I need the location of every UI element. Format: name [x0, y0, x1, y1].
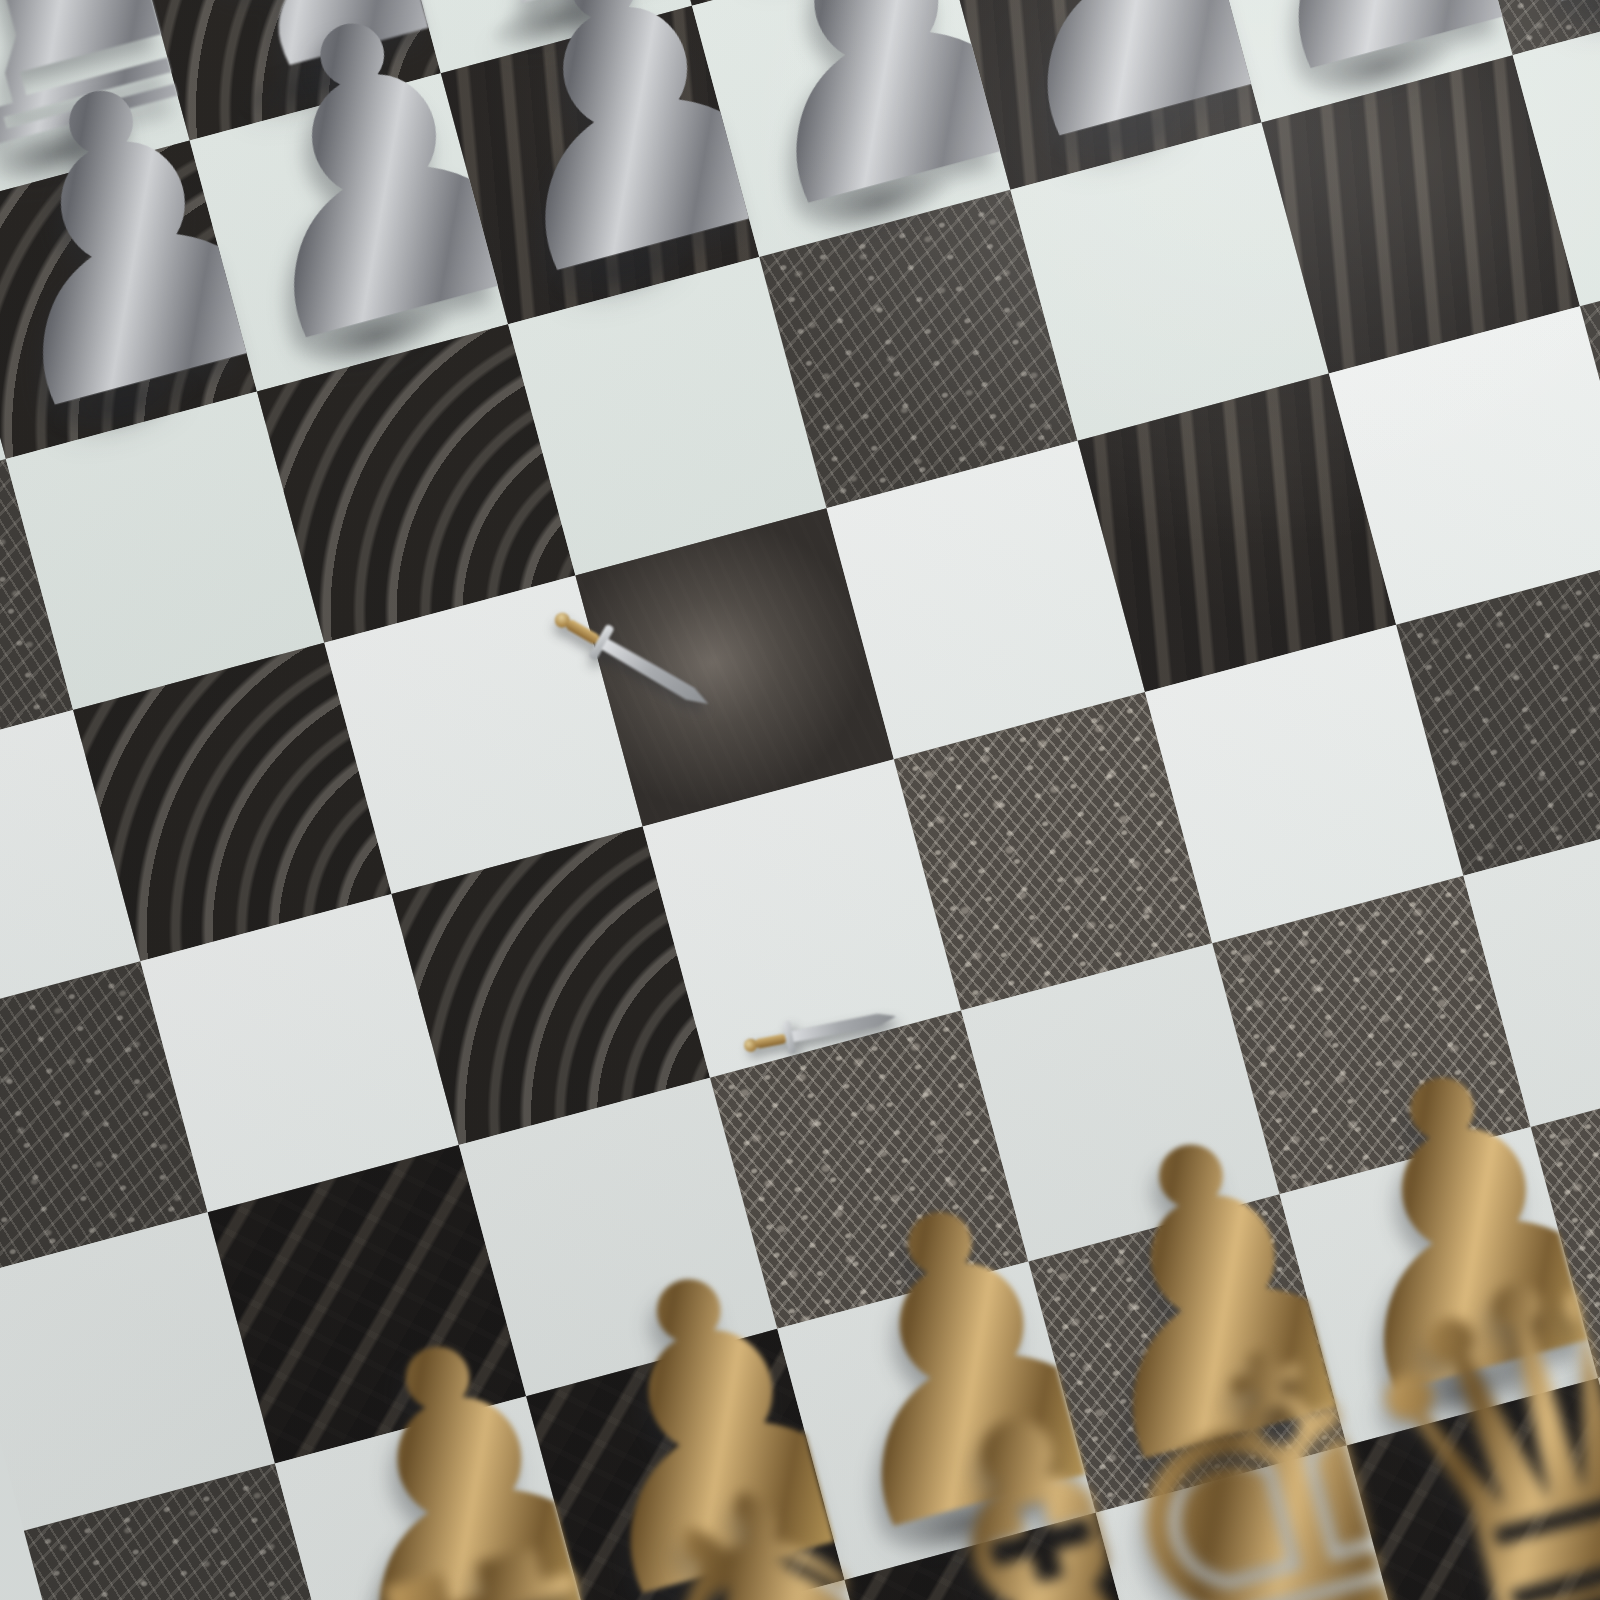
chess-board: ♜♞♝♚♛♝♞♜♟♟♟♟♟♟♟♟♟♟♟♟♟♟♟♟♜♞♝♚♛♝♞♜ [0, 0, 1600, 1600]
sword-grip [754, 1033, 787, 1049]
piece-black-queen-d8[interactable]: ♛ [1347, 1378, 1600, 1600]
chess-photo-viewport: ♜♞♝♚♛♝♞♜♟♟♟♟♟♟♟♟♟♟♟♟♟♟♟♟♜♞♝♚♛♝♞♜ [0, 0, 1600, 1600]
